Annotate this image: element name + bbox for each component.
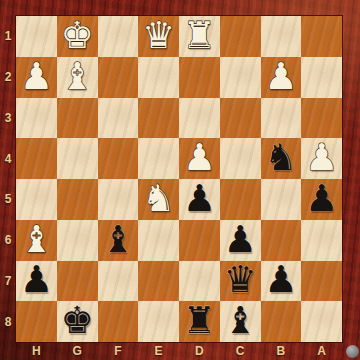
- black-bishop: ♝: [101, 221, 134, 258]
- black-queen: ♛: [224, 261, 257, 298]
- chess-board: ♚♛♜♟♝♟♟♞♟♞♟♟♝♝♟♟♛♟♚♜♝: [16, 16, 342, 342]
- square-g5[interactable]: [57, 179, 98, 220]
- rank-label-4: 4: [0, 138, 16, 179]
- file-labels: HGFEDCBA: [16, 341, 342, 360]
- square-c5[interactable]: [220, 179, 261, 220]
- square-e4[interactable]: [138, 138, 179, 179]
- square-d8[interactable]: ♜: [179, 301, 220, 342]
- square-h6[interactable]: ♝: [16, 220, 57, 261]
- square-h5[interactable]: [16, 179, 57, 220]
- square-d2[interactable]: [179, 57, 220, 98]
- square-d1[interactable]: ♜: [179, 16, 220, 57]
- square-a5[interactable]: ♟: [301, 179, 342, 220]
- black-bishop: ♝: [224, 302, 257, 339]
- square-g6[interactable]: [57, 220, 98, 261]
- black-pawn: ♟: [224, 221, 257, 258]
- square-h8[interactable]: [16, 301, 57, 342]
- square-f6[interactable]: ♝: [98, 220, 139, 261]
- white-rook: ♜: [183, 17, 216, 54]
- square-b3[interactable]: [261, 98, 302, 139]
- file-label-a: A: [301, 341, 342, 360]
- file-label-f: F: [98, 341, 139, 360]
- square-f8[interactable]: [98, 301, 139, 342]
- square-e8[interactable]: [138, 301, 179, 342]
- rank-label-2: 2: [0, 57, 16, 98]
- black-rook: ♜: [183, 302, 216, 339]
- square-a2[interactable]: [301, 57, 342, 98]
- square-d5[interactable]: ♟: [179, 179, 220, 220]
- file-label-b: B: [261, 341, 302, 360]
- rank-label-5: 5: [0, 179, 16, 220]
- square-f4[interactable]: [98, 138, 139, 179]
- square-b6[interactable]: [261, 220, 302, 261]
- square-a3[interactable]: [301, 98, 342, 139]
- square-g1[interactable]: ♚: [57, 16, 98, 57]
- square-a7[interactable]: [301, 261, 342, 302]
- white-bishop: ♝: [20, 221, 53, 258]
- square-f7[interactable]: [98, 261, 139, 302]
- black-pawn: ♟: [264, 261, 297, 298]
- square-a6[interactable]: [301, 220, 342, 261]
- square-b7[interactable]: ♟: [261, 261, 302, 302]
- rank-labels: 12345678: [0, 16, 16, 342]
- square-d7[interactable]: [179, 261, 220, 302]
- square-c2[interactable]: [220, 57, 261, 98]
- square-g7[interactable]: [57, 261, 98, 302]
- white-pawn: ♟: [183, 139, 216, 176]
- square-a4[interactable]: ♟: [301, 138, 342, 179]
- black-knight: ♞: [264, 139, 297, 176]
- square-h2[interactable]: ♟: [16, 57, 57, 98]
- square-e7[interactable]: [138, 261, 179, 302]
- square-b1[interactable]: [261, 16, 302, 57]
- square-f1[interactable]: [98, 16, 139, 57]
- square-g2[interactable]: ♝: [57, 57, 98, 98]
- file-label-d: D: [179, 341, 220, 360]
- square-c3[interactable]: [220, 98, 261, 139]
- file-label-g: G: [57, 341, 98, 360]
- square-b4[interactable]: ♞: [261, 138, 302, 179]
- square-c1[interactable]: [220, 16, 261, 57]
- square-a1[interactable]: [301, 16, 342, 57]
- black-king: ♚: [61, 302, 94, 339]
- rank-label-8: 8: [0, 301, 16, 342]
- square-e5[interactable]: ♞: [138, 179, 179, 220]
- square-f2[interactable]: [98, 57, 139, 98]
- square-f3[interactable]: [98, 98, 139, 139]
- white-pawn: ♟: [305, 139, 338, 176]
- chess-diagram: 12345678 ♚♛♜♟♝♟♟♞♟♞♟♟♝♝♟♟♛♟♚♜♝ HGFEDCBA: [0, 0, 360, 360]
- file-label-e: E: [138, 341, 179, 360]
- square-d4[interactable]: ♟: [179, 138, 220, 179]
- square-b2[interactable]: ♟: [261, 57, 302, 98]
- black-pawn: ♟: [305, 180, 338, 217]
- square-b8[interactable]: [261, 301, 302, 342]
- square-g4[interactable]: [57, 138, 98, 179]
- square-f5[interactable]: [98, 179, 139, 220]
- square-a8[interactable]: [301, 301, 342, 342]
- corner-dot-decoration: [346, 345, 359, 358]
- file-label-c: C: [220, 341, 261, 360]
- square-e3[interactable]: [138, 98, 179, 139]
- square-h7[interactable]: ♟: [16, 261, 57, 302]
- square-h3[interactable]: [16, 98, 57, 139]
- square-c4[interactable]: [220, 138, 261, 179]
- white-queen: ♛: [142, 17, 175, 54]
- black-pawn: ♟: [20, 261, 53, 298]
- square-h4[interactable]: [16, 138, 57, 179]
- square-d6[interactable]: [179, 220, 220, 261]
- square-g8[interactable]: ♚: [57, 301, 98, 342]
- square-c8[interactable]: ♝: [220, 301, 261, 342]
- square-d3[interactable]: [179, 98, 220, 139]
- square-b5[interactable]: [261, 179, 302, 220]
- square-c6[interactable]: ♟: [220, 220, 261, 261]
- rank-label-6: 6: [0, 220, 16, 261]
- square-c7[interactable]: ♛: [220, 261, 261, 302]
- white-king: ♚: [61, 17, 94, 54]
- square-e2[interactable]: [138, 57, 179, 98]
- square-h1[interactable]: [16, 16, 57, 57]
- rank-label-7: 7: [0, 261, 16, 302]
- rank-label-1: 1: [0, 16, 16, 57]
- white-knight: ♞: [142, 180, 175, 217]
- square-g3[interactable]: [57, 98, 98, 139]
- white-bishop: ♝: [61, 58, 94, 95]
- rank-label-3: 3: [0, 98, 16, 139]
- file-label-h: H: [16, 341, 57, 360]
- square-e6[interactable]: [138, 220, 179, 261]
- white-pawn: ♟: [20, 58, 53, 95]
- black-pawn: ♟: [183, 180, 216, 217]
- square-e1[interactable]: ♛: [138, 16, 179, 57]
- white-pawn: ♟: [264, 58, 297, 95]
